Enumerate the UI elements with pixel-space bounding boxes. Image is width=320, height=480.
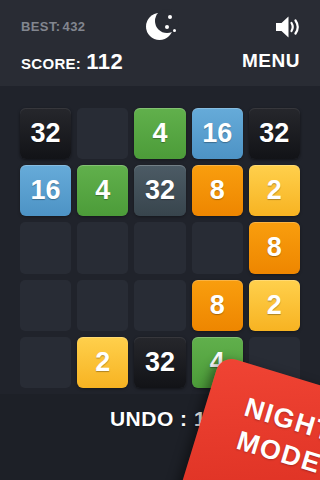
- tile-32: 32: [20, 108, 71, 159]
- score-label: SCORE:: [21, 55, 81, 72]
- board-cell-r5c1: [20, 337, 71, 388]
- board-cell-r3c5: 8: [249, 222, 300, 273]
- star-dot: [173, 29, 176, 32]
- menu-button[interactable]: MENU: [242, 50, 300, 72]
- board-cell-r4c3: [134, 280, 185, 331]
- board-cell-r2c4: 8: [192, 165, 243, 216]
- tile-32: 32: [134, 337, 185, 388]
- board-cell-r5c2: 2: [77, 337, 128, 388]
- board-cell-r1c3: 4: [134, 108, 185, 159]
- top-bar: BEST:432 SCORE: 112 MENU: [0, 0, 320, 86]
- board-cell-r4c2: [77, 280, 128, 331]
- speaker-icon: [275, 15, 301, 39]
- tile-8: 8: [192, 165, 243, 216]
- tile-8: 8: [192, 280, 243, 331]
- tile-2: 2: [77, 337, 128, 388]
- tile-8: 8: [249, 222, 300, 273]
- tile-4: 4: [134, 108, 185, 159]
- tile-16: 16: [20, 165, 71, 216]
- undo-button[interactable]: UNDO : 1: [110, 407, 206, 431]
- game-screen: BEST:432 SCORE: 112 MENU 324163216432828…: [0, 0, 320, 480]
- current-score: SCORE: 112: [21, 49, 123, 75]
- board-cell-r3c1: [20, 222, 71, 273]
- crescent-moon-icon[interactable]: [146, 11, 182, 43]
- board-cell-r1c2: [77, 108, 128, 159]
- star-dot: [168, 15, 172, 19]
- tile-2: 2: [249, 165, 300, 216]
- undo-label: UNDO :: [110, 407, 188, 430]
- board-cell-r4c4: 8: [192, 280, 243, 331]
- board-cell-r1c4: 16: [192, 108, 243, 159]
- tile-4: 4: [77, 165, 128, 216]
- tile-32: 32: [249, 108, 300, 159]
- board-cell-r4c1: [20, 280, 71, 331]
- best-score: BEST:432: [21, 19, 87, 34]
- board-cell-r3c2: [77, 222, 128, 273]
- board-section: 324163216432828822324: [0, 86, 320, 394]
- best-value: 432: [63, 19, 86, 34]
- board-cell-r2c3: 32: [134, 165, 185, 216]
- board-cell-r1c1: 32: [20, 108, 71, 159]
- score-value: 112: [86, 49, 123, 75]
- board-cell-r2c2: 4: [77, 165, 128, 216]
- board-grid[interactable]: 324163216432828822324: [20, 108, 300, 388]
- board-cell-r4c5: 2: [249, 280, 300, 331]
- star-dot: [165, 25, 169, 29]
- board-cell-r3c4: [192, 222, 243, 273]
- board-cell-r2c5: 2: [249, 165, 300, 216]
- tile-16: 16: [192, 108, 243, 159]
- board-cell-r3c3: [134, 222, 185, 273]
- board-cell-r2c1: 16: [20, 165, 71, 216]
- board-cell-r5c3: 32: [134, 337, 185, 388]
- sound-toggle-button[interactable]: [275, 15, 301, 39]
- best-label: BEST:: [21, 19, 61, 34]
- board-cell-r1c5: 32: [249, 108, 300, 159]
- tile-32: 32: [134, 165, 185, 216]
- tile-2: 2: [249, 280, 300, 331]
